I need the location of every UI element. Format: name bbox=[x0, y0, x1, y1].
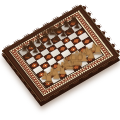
black-pawn: ♟ bbox=[45, 37, 52, 45]
white-rook: ♜ bbox=[92, 43, 104, 56]
chess-board: ♜♞♝♛♚♝♞♜♟♟♟♟♟♟♟♟♟♟♟♟♟♟♟♟♜♞♝♛♚♝♞♜ bbox=[7, 9, 115, 98]
black-pawn: ♟ bbox=[73, 21, 80, 29]
frame-cream-mosaic-band-inner: ♜♞♝♛♚♝♞♜♟♟♟♟♟♟♟♟♟♟♟♟♟♟♟♟♜♞♝♛♚♝♞♜ bbox=[15, 16, 106, 91]
black-pawn: ♟ bbox=[24, 49, 31, 57]
frame-dark-inner-line: ♜♞♝♛♚♝♞♜♟♟♟♟♟♟♟♟♟♟♟♟♟♟♟♟♜♞♝♛♚♝♞♜ bbox=[18, 18, 104, 89]
chess-set-photo: ♜♞♝♛♚♝♞♜♟♟♟♟♟♟♟♟♟♟♟♟♟♟♟♟♜♞♝♛♚♝♞♜ bbox=[0, 0, 120, 120]
black-pawn: ♟ bbox=[52, 33, 59, 41]
board-grid: ♜♞♝♛♚♝♞♜♟♟♟♟♟♟♟♟♟♟♟♟♟♟♟♟♜♞♝♛♚♝♞♜ bbox=[19, 19, 102, 88]
